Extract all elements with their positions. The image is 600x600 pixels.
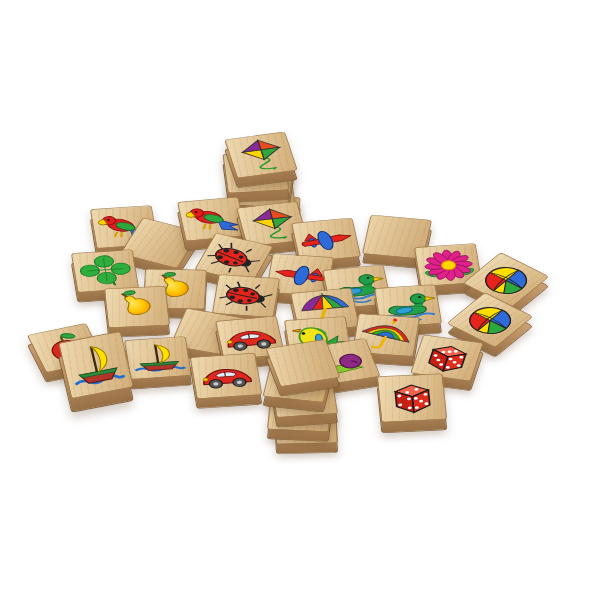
tile-ladybug[interactable]	[215, 276, 277, 316]
tile-sailboat[interactable]	[64, 336, 128, 394]
tile-picture-face	[124, 336, 192, 380]
tile-picture-face	[377, 373, 447, 422]
tile-face-down[interactable]	[272, 343, 334, 383]
tile-kite[interactable]	[230, 135, 292, 175]
tile-ladybug[interactable]	[203, 238, 265, 278]
tile-picture-face	[58, 331, 134, 399]
wooden-memory-game-product-photo	[0, 0, 600, 600]
tile-parrot[interactable]	[181, 199, 243, 239]
tile-picture-face	[104, 286, 170, 328]
tile-clover[interactable]	[74, 251, 136, 291]
kite-icon	[227, 133, 295, 176]
dice-b-icon	[382, 377, 443, 420]
ladybug-icon	[215, 276, 278, 316]
tile-sailboat[interactable]	[127, 338, 189, 378]
dice-a-icon	[413, 336, 481, 379]
tile-picture-face	[190, 353, 263, 399]
sailboat-icon	[127, 338, 190, 378]
sailboat-icon	[62, 335, 130, 396]
tile-beach-ball[interactable]	[459, 300, 521, 340]
parrot-icon	[180, 198, 244, 239]
tile-picture-face	[224, 131, 298, 178]
clover-icon	[74, 251, 137, 291]
car-icon	[195, 356, 258, 396]
pear-icon	[107, 288, 168, 327]
tile-airplane[interactable]	[295, 220, 357, 260]
tile-dice-b[interactable]	[379, 375, 445, 421]
tile-pear[interactable]	[106, 287, 168, 327]
tile-car[interactable]	[193, 355, 259, 397]
tile-dice-a[interactable]	[416, 338, 478, 378]
